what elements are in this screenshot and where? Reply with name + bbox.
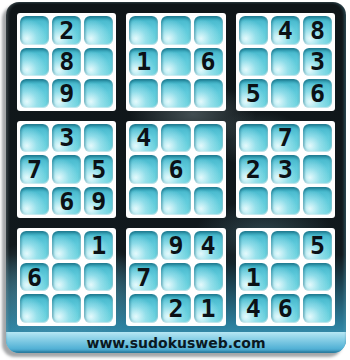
cell-r2c3[interactable] <box>84 48 113 77</box>
cell-r1c1[interactable] <box>20 16 49 45</box>
cell-r8c1[interactable]: 6 <box>20 263 49 292</box>
cell-r5c4[interactable] <box>129 155 158 184</box>
box-1: 289 <box>17 13 116 111</box>
sudoku-screenshot: 2891648356375694672316947215146 www.sudo… <box>0 0 350 360</box>
box-3: 48356 <box>236 13 335 111</box>
cell-r8c7[interactable]: 1 <box>239 263 268 292</box>
cell-r4c4[interactable]: 4 <box>129 124 158 153</box>
cell-r3c8[interactable] <box>271 79 300 108</box>
box-9: 5146 <box>236 228 335 326</box>
cell-r4c9[interactable] <box>303 124 332 153</box>
cell-r4c1[interactable] <box>20 124 49 153</box>
cell-r3c1[interactable] <box>20 79 49 108</box>
cell-r6c6[interactable] <box>194 187 223 216</box>
cell-r3c5[interactable] <box>161 79 190 108</box>
cell-r1c7[interactable] <box>239 16 268 45</box>
cell-r7c7[interactable] <box>239 231 268 260</box>
cell-r5c7[interactable]: 2 <box>239 155 268 184</box>
box-2: 16 <box>126 13 225 111</box>
cell-r1c3[interactable] <box>84 16 113 45</box>
cell-r9c7[interactable]: 4 <box>239 294 268 323</box>
cell-r9c5[interactable]: 2 <box>161 294 190 323</box>
cell-r1c4[interactable] <box>129 16 158 45</box>
puzzle-frame: 2891648356375694672316947215146 www.sudo… <box>6 2 346 353</box>
cell-r8c9[interactable] <box>303 263 332 292</box>
cell-r2c8[interactable] <box>271 48 300 77</box>
cell-r6c4[interactable] <box>129 187 158 216</box>
cell-r1c2[interactable]: 2 <box>52 16 81 45</box>
box-6: 723 <box>236 121 335 219</box>
cell-r5c8[interactable]: 3 <box>271 155 300 184</box>
cell-r4c7[interactable] <box>239 124 268 153</box>
cell-r9c2[interactable] <box>52 294 81 323</box>
cell-r3c2[interactable]: 9 <box>52 79 81 108</box>
cell-r2c1[interactable] <box>20 48 49 77</box>
cell-r8c4[interactable]: 7 <box>129 263 158 292</box>
cell-r3c9[interactable]: 6 <box>303 79 332 108</box>
cell-r4c8[interactable]: 7 <box>271 124 300 153</box>
cell-r2c2[interactable]: 8 <box>52 48 81 77</box>
cell-r8c8[interactable] <box>271 263 300 292</box>
box-7: 16 <box>17 228 116 326</box>
site-url-link[interactable]: www.sudokusweb.com <box>86 335 265 351</box>
cell-r4c5[interactable] <box>161 124 190 153</box>
cell-r7c4[interactable] <box>129 231 158 260</box>
cell-r4c2[interactable]: 3 <box>52 124 81 153</box>
cell-r9c6[interactable]: 1 <box>194 294 223 323</box>
cell-r7c2[interactable] <box>52 231 81 260</box>
cell-r9c3[interactable] <box>84 294 113 323</box>
box-4: 37569 <box>17 121 116 219</box>
cell-r5c3[interactable]: 5 <box>84 155 113 184</box>
cell-r4c6[interactable] <box>194 124 223 153</box>
cell-r6c1[interactable] <box>20 187 49 216</box>
cell-r7c9[interactable]: 5 <box>303 231 332 260</box>
cell-r3c7[interactable]: 5 <box>239 79 268 108</box>
cell-r2c6[interactable]: 6 <box>194 48 223 77</box>
sudoku-board: 2891648356375694672316947215146 <box>6 2 346 332</box>
cell-r4c3[interactable] <box>84 124 113 153</box>
cell-r7c1[interactable] <box>20 231 49 260</box>
cell-r8c2[interactable] <box>52 263 81 292</box>
cell-r2c9[interactable]: 3 <box>303 48 332 77</box>
cell-r9c8[interactable]: 6 <box>271 294 300 323</box>
cell-r1c5[interactable] <box>161 16 190 45</box>
cell-r9c4[interactable] <box>129 294 158 323</box>
cell-r3c3[interactable] <box>84 79 113 108</box>
cell-r7c3[interactable]: 1 <box>84 231 113 260</box>
footer-band: www.sudokusweb.com <box>6 332 346 353</box>
cell-r5c1[interactable]: 7 <box>20 155 49 184</box>
cell-r3c6[interactable] <box>194 79 223 108</box>
cell-r3c4[interactable] <box>129 79 158 108</box>
cell-r6c5[interactable] <box>161 187 190 216</box>
cell-r5c6[interactable] <box>194 155 223 184</box>
cell-r1c6[interactable] <box>194 16 223 45</box>
cell-r6c7[interactable] <box>239 187 268 216</box>
cell-r5c2[interactable] <box>52 155 81 184</box>
cell-r7c6[interactable]: 4 <box>194 231 223 260</box>
cell-r9c9[interactable] <box>303 294 332 323</box>
cell-r1c8[interactable]: 4 <box>271 16 300 45</box>
cell-r5c5[interactable]: 6 <box>161 155 190 184</box>
box-8: 94721 <box>126 228 225 326</box>
cell-r2c5[interactable] <box>161 48 190 77</box>
cell-r6c2[interactable]: 6 <box>52 187 81 216</box>
cell-r2c7[interactable] <box>239 48 268 77</box>
cell-r8c6[interactable] <box>194 263 223 292</box>
cell-r6c8[interactable] <box>271 187 300 216</box>
cell-r6c9[interactable] <box>303 187 332 216</box>
cell-r9c1[interactable] <box>20 294 49 323</box>
cell-r6c3[interactable]: 9 <box>84 187 113 216</box>
cell-r8c5[interactable] <box>161 263 190 292</box>
cell-r5c9[interactable] <box>303 155 332 184</box>
cell-r7c5[interactable]: 9 <box>161 231 190 260</box>
cell-r1c9[interactable]: 8 <box>303 16 332 45</box>
box-5: 46 <box>126 121 225 219</box>
cell-r7c8[interactable] <box>271 231 300 260</box>
cell-r8c3[interactable] <box>84 263 113 292</box>
cell-r2c4[interactable]: 1 <box>129 48 158 77</box>
